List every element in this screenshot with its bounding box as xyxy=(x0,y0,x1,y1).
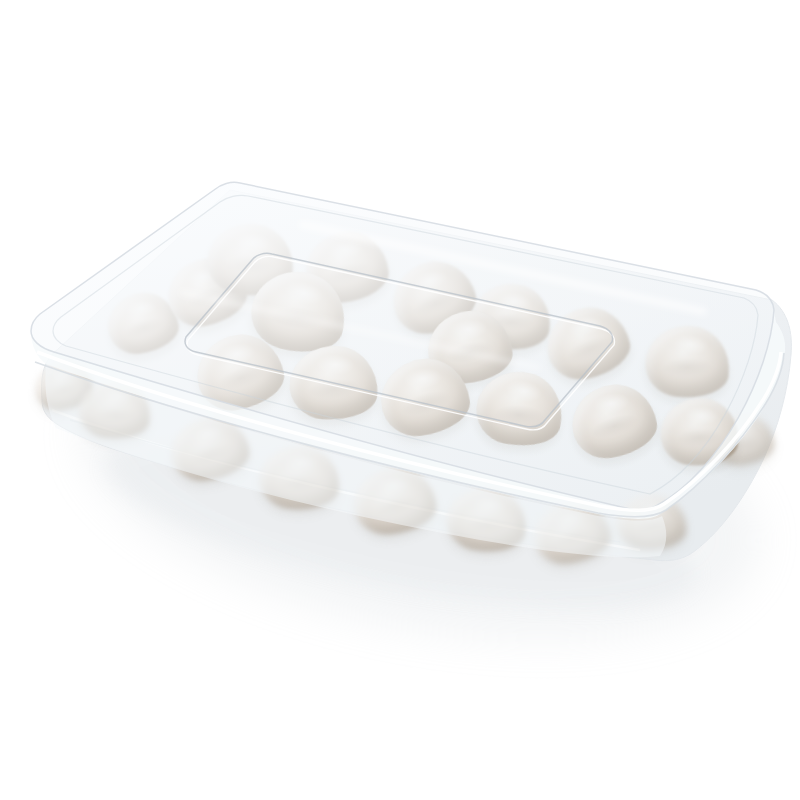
dumpling xyxy=(541,300,636,386)
product-photo xyxy=(0,0,800,800)
dumpling xyxy=(615,492,689,553)
dumpling xyxy=(288,343,381,423)
dumpling xyxy=(257,442,343,514)
dumpling xyxy=(351,465,438,538)
dumpling xyxy=(442,482,531,558)
dumpling xyxy=(167,413,253,485)
dumpling xyxy=(642,321,734,403)
dumplings-layer xyxy=(0,0,800,800)
dumpling xyxy=(531,499,614,568)
dumpling xyxy=(567,379,661,463)
